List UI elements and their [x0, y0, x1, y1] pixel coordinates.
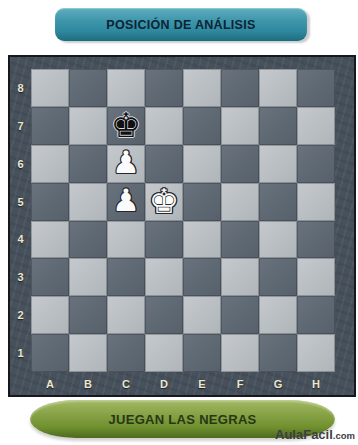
- square-h2: [297, 296, 335, 334]
- rank-label-2: 2: [10, 296, 31, 334]
- square-h7: [297, 107, 335, 145]
- square-d2: [145, 296, 183, 334]
- square-a8: [31, 69, 69, 107]
- square-h1: [297, 334, 335, 372]
- square-a7: [31, 107, 69, 145]
- square-f3: [221, 258, 259, 296]
- square-c2: [107, 296, 145, 334]
- square-b3: [69, 258, 107, 296]
- square-h5: [297, 183, 335, 221]
- square-b8: [69, 69, 107, 107]
- square-e1: [183, 334, 221, 372]
- square-e2: [183, 296, 221, 334]
- file-label-c: C: [107, 372, 145, 395]
- watermark: AulaFacil.com: [275, 427, 355, 442]
- square-g7: [259, 107, 297, 145]
- square-c4: [107, 221, 145, 259]
- square-b5: [69, 183, 107, 221]
- square-c5: ♟: [107, 183, 145, 221]
- square-h3: [297, 258, 335, 296]
- square-h6: [297, 145, 335, 183]
- square-f2: [221, 296, 259, 334]
- rank-label-3: 3: [10, 258, 31, 296]
- square-c6: ♟: [107, 145, 145, 183]
- turn-indicator: JUEGAN LAS NEGRAS: [108, 412, 256, 427]
- square-c3: [107, 258, 145, 296]
- square-f8: [221, 69, 259, 107]
- square-e3: [183, 258, 221, 296]
- square-d7: [145, 107, 183, 145]
- square-e8: [183, 69, 221, 107]
- square-b1: [69, 334, 107, 372]
- rank-label-1: 1: [10, 334, 31, 372]
- rank-label-5: 5: [10, 183, 31, 221]
- square-e6: [183, 145, 221, 183]
- square-c7: ♚: [107, 107, 145, 145]
- white-king-piece: ♚: [149, 184, 179, 218]
- square-a4: [31, 221, 69, 259]
- white-pawn-piece: ♟: [112, 185, 140, 216]
- square-a2: [31, 296, 69, 334]
- square-g2: [259, 296, 297, 334]
- square-a5: [31, 183, 69, 221]
- file-label-f: F: [221, 372, 259, 395]
- square-f4: [221, 221, 259, 259]
- rank-label-8: 8: [10, 69, 31, 107]
- file-label-d: D: [145, 372, 183, 395]
- square-b7: [69, 107, 107, 145]
- file-label-b: B: [69, 372, 107, 395]
- square-g6: [259, 145, 297, 183]
- square-d4: [145, 221, 183, 259]
- square-d6: [145, 145, 183, 183]
- rank-label-6: 6: [10, 145, 31, 183]
- rank-label-7: 7: [10, 107, 31, 145]
- square-c8: [107, 69, 145, 107]
- black-king-piece: ♚: [111, 108, 141, 142]
- square-a1: [31, 334, 69, 372]
- file-label-e: E: [183, 372, 221, 395]
- square-d3: [145, 258, 183, 296]
- square-e4: [183, 221, 221, 259]
- square-b6: [69, 145, 107, 183]
- square-d8: [145, 69, 183, 107]
- square-f7: [221, 107, 259, 145]
- square-f1: [221, 334, 259, 372]
- file-label-h: H: [297, 372, 335, 395]
- square-d1: [145, 334, 183, 372]
- white-pawn-piece: ♟: [112, 147, 140, 178]
- watermark-suffix: .com: [333, 430, 355, 441]
- analysis-diagram: POSICIÓN DE ANÁLISIS 87♚6♟5♟♚4321ABCDEFG…: [0, 0, 358, 445]
- square-g8: [259, 69, 297, 107]
- square-g3: [259, 258, 297, 296]
- square-d5: ♚: [145, 183, 183, 221]
- header-title: POSICIÓN DE ANÁLISIS: [106, 18, 255, 32]
- square-e5: [183, 183, 221, 221]
- square-g1: [259, 334, 297, 372]
- square-e7: [183, 107, 221, 145]
- header-banner: POSICIÓN DE ANÁLISIS: [55, 8, 307, 41]
- square-a6: [31, 145, 69, 183]
- watermark-brand: AulaFacil: [275, 427, 333, 442]
- square-f5: [221, 183, 259, 221]
- square-h4: [297, 221, 335, 259]
- square-h8: [297, 69, 335, 107]
- square-c1: [107, 334, 145, 372]
- square-b2: [69, 296, 107, 334]
- file-label-g: G: [259, 372, 297, 395]
- square-g4: [259, 221, 297, 259]
- rank-label-4: 4: [10, 221, 31, 259]
- square-a3: [31, 258, 69, 296]
- chess-board: 87♚6♟5♟♚4321ABCDEFGH: [8, 55, 356, 397]
- square-f6: [221, 145, 259, 183]
- square-b4: [69, 221, 107, 259]
- file-label-a: A: [31, 372, 69, 395]
- square-g5: [259, 183, 297, 221]
